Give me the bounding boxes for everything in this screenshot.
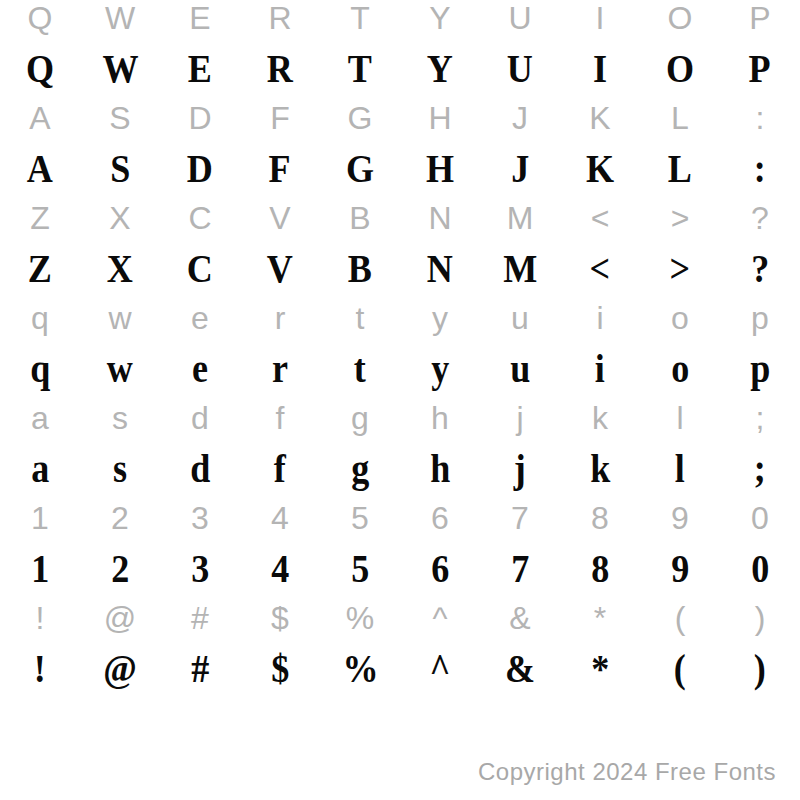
specimen-glyph: U <box>507 48 533 89</box>
specimen-glyph: 8 <box>591 548 609 589</box>
specimen-glyph: R <box>267 48 293 89</box>
specimen-glyph: % <box>342 648 378 689</box>
char-cell: X <box>80 193 160 243</box>
specimen-glyph: S <box>110 148 130 189</box>
specimen-glyph: X <box>107 248 133 289</box>
specimen-glyph: E <box>188 48 212 89</box>
reference-glyph: C <box>188 202 211 234</box>
reference-glyph: 1 <box>31 502 49 534</box>
char-cell: R <box>240 0 320 43</box>
reference-glyph: G <box>348 102 373 134</box>
specimen-glyph: ^ <box>430 648 451 689</box>
char-cell: * <box>560 593 640 643</box>
char-cell: & <box>480 593 560 643</box>
char-cell: ( <box>640 593 720 643</box>
reference-glyph: & <box>509 602 530 634</box>
char-cell: i <box>560 293 640 343</box>
reference-glyph: q <box>31 302 49 334</box>
specimen-glyph: k <box>590 448 610 489</box>
char-cell: t <box>320 343 400 393</box>
character-grid: QWERTYUIOPQWERTYUIOPASDFGHJKL:ASDFGHJKL:… <box>0 0 800 693</box>
char-cell: U <box>480 43 560 93</box>
char-cell: Y <box>400 0 480 43</box>
char-cell: 1 <box>0 493 80 543</box>
char-cell: 3 <box>160 543 240 593</box>
char-cell: g <box>320 393 400 443</box>
char-cell: I <box>560 0 640 43</box>
char-cell: h <box>400 393 480 443</box>
specimen-glyph: P <box>749 48 771 89</box>
char-cell: ^ <box>400 593 480 643</box>
char-cell: 2 <box>80 493 160 543</box>
char-cell: S <box>80 93 160 143</box>
char-cell: M <box>480 243 560 293</box>
specimen-glyph: O <box>666 48 694 89</box>
specimen-glyph: e <box>192 348 208 389</box>
char-cell: g <box>320 443 400 493</box>
char-cell: % <box>320 643 400 693</box>
specimen-glyph: G <box>346 148 374 189</box>
char-cell: 3 <box>160 493 240 543</box>
specimen-glyph: 2 <box>111 548 129 589</box>
reference-glyph: A <box>29 102 50 134</box>
char-cell: p <box>720 293 800 343</box>
reference-glyph: ^ <box>432 602 447 634</box>
char-cell: y <box>400 343 480 393</box>
char-cell: 5 <box>320 543 400 593</box>
reference-glyph: L <box>671 102 689 134</box>
reference-glyph: 4 <box>271 502 289 534</box>
reference-glyph: P <box>749 2 770 34</box>
specimen-glyph: L <box>668 148 692 189</box>
specimen-glyph: > <box>670 248 691 289</box>
char-cell: U <box>480 0 560 43</box>
char-cell: j <box>480 393 560 443</box>
char-cell: > <box>640 243 720 293</box>
char-cell: 9 <box>640 543 720 593</box>
char-cell: L <box>640 93 720 143</box>
char-cell: E <box>160 43 240 93</box>
char-cell: l <box>640 393 720 443</box>
char-cell: t <box>320 293 400 343</box>
specimen-glyph: y <box>431 348 449 389</box>
char-cell: J <box>480 93 560 143</box>
copyright-text: Copyright 2024 Free Fonts <box>478 758 776 786</box>
specimen-glyph: K <box>586 148 614 189</box>
specimen-glyph: s <box>113 448 127 489</box>
char-cell: s <box>80 393 160 443</box>
reference-glyph: V <box>269 202 290 234</box>
reference-glyph: H <box>428 102 451 134</box>
reference-glyph: F <box>270 102 290 134</box>
specimen-glyph: V <box>267 248 293 289</box>
char-cell: P <box>720 43 800 93</box>
specimen-glyph: 4 <box>271 548 289 589</box>
char-cell: h <box>400 443 480 493</box>
specimen-glyph: # <box>191 648 209 689</box>
reference-glyph: e <box>191 302 209 334</box>
char-cell: ( <box>640 643 720 693</box>
char-cell: 0 <box>720 493 800 543</box>
char-cell: V <box>240 193 320 243</box>
char-cell: $ <box>240 593 320 643</box>
reference-glyph: j <box>516 402 523 434</box>
specimen-glyph: N <box>427 248 453 289</box>
reference-glyph: T <box>350 2 370 34</box>
specimen-glyph: 3 <box>191 548 209 589</box>
specimen-glyph: C <box>187 248 213 289</box>
char-cell: f <box>240 443 320 493</box>
char-cell: s <box>80 443 160 493</box>
char-cell: Z <box>0 243 80 293</box>
specimen-glyph: l <box>675 448 685 489</box>
reference-glyph: S <box>109 102 130 134</box>
reference-glyph: < <box>591 202 610 234</box>
reference-glyph: l <box>676 402 683 434</box>
specimen-glyph: Y <box>427 48 453 89</box>
char-cell: > <box>640 193 720 243</box>
char-cell: y <box>400 293 480 343</box>
reference-glyph: # <box>191 602 209 634</box>
char-cell: w <box>80 343 160 393</box>
reference-glyph: t <box>356 302 365 334</box>
char-cell: a <box>0 393 80 443</box>
specimen-glyph: w <box>107 348 133 389</box>
specimen-glyph: ; <box>754 448 766 489</box>
char-cell: f <box>240 393 320 443</box>
reference-glyph: E <box>189 2 210 34</box>
char-cell: 1 <box>0 543 80 593</box>
reference-glyph: s <box>112 402 128 434</box>
reference-glyph: X <box>109 202 130 234</box>
char-cell: 4 <box>240 543 320 593</box>
specimen-glyph: 5 <box>351 548 369 589</box>
char-cell: q <box>0 343 80 393</box>
reference-glyph: > <box>671 202 690 234</box>
char-cell: P <box>720 0 800 43</box>
specimen-glyph: J <box>511 148 529 189</box>
char-cell: # <box>160 593 240 643</box>
specimen-glyph: 0 <box>751 548 769 589</box>
char-cell: I <box>560 43 640 93</box>
reference-glyph: M <box>507 202 534 234</box>
char-cell: E <box>160 0 240 43</box>
char-cell: e <box>160 293 240 343</box>
reference-glyph: o <box>671 302 689 334</box>
reference-glyph: 6 <box>431 502 449 534</box>
reference-glyph: u <box>511 302 529 334</box>
reference-glyph: W <box>105 2 135 34</box>
char-cell: ; <box>720 393 800 443</box>
reference-glyph: ! <box>36 602 45 634</box>
char-cell: d <box>160 443 240 493</box>
specimen-glyph: A <box>27 148 53 189</box>
char-cell: # <box>160 643 240 693</box>
char-cell: O <box>640 43 720 93</box>
reference-glyph: K <box>589 102 610 134</box>
reference-glyph: $ <box>271 602 289 634</box>
specimen-glyph: W <box>102 48 138 89</box>
char-cell: ! <box>0 643 80 693</box>
char-cell: H <box>400 143 480 193</box>
reference-glyph: d <box>191 402 209 434</box>
char-cell: ? <box>720 243 800 293</box>
char-cell: $ <box>240 643 320 693</box>
char-cell: a <box>0 443 80 493</box>
specimen-glyph: f <box>274 448 286 489</box>
specimen-glyph: ( <box>674 648 686 689</box>
char-cell: 7 <box>480 493 560 543</box>
reference-glyph: * <box>594 602 606 634</box>
char-cell: l <box>640 443 720 493</box>
specimen-glyph: 9 <box>671 548 689 589</box>
specimen-glyph: d <box>190 448 210 489</box>
char-cell: ? <box>720 193 800 243</box>
char-cell: : <box>720 93 800 143</box>
char-cell: D <box>160 143 240 193</box>
char-cell: Q <box>0 43 80 93</box>
char-cell: N <box>400 193 480 243</box>
char-cell: o <box>640 343 720 393</box>
char-cell: ! <box>0 593 80 643</box>
specimen-glyph: r <box>272 348 288 389</box>
char-cell: M <box>480 193 560 243</box>
char-cell: ^ <box>400 643 480 693</box>
char-cell: u <box>480 293 560 343</box>
specimen-glyph: g <box>351 448 369 489</box>
char-cell: K <box>560 143 640 193</box>
char-cell: ; <box>720 443 800 493</box>
reference-glyph: O <box>668 2 693 34</box>
char-cell: q <box>0 293 80 343</box>
specimen-glyph: t <box>354 348 366 389</box>
char-cell: B <box>320 193 400 243</box>
specimen-glyph: p <box>750 348 770 389</box>
specimen-glyph: D <box>187 148 213 189</box>
reference-glyph: g <box>351 402 369 434</box>
char-cell: % <box>320 593 400 643</box>
specimen-glyph: 1 <box>31 548 49 589</box>
char-cell: 5 <box>320 493 400 543</box>
specimen-glyph: o <box>671 348 689 389</box>
specimen-glyph: j <box>514 448 526 489</box>
char-cell: r <box>240 293 320 343</box>
char-cell: F <box>240 93 320 143</box>
reference-glyph: U <box>508 2 531 34</box>
char-cell: i <box>560 343 640 393</box>
char-cell: ) <box>720 593 800 643</box>
char-cell: k <box>560 393 640 443</box>
char-cell: e <box>160 343 240 393</box>
reference-glyph: Z <box>30 202 50 234</box>
char-cell: d <box>160 393 240 443</box>
char-cell: A <box>0 93 80 143</box>
char-cell: 8 <box>560 493 640 543</box>
char-cell: 6 <box>400 543 480 593</box>
reference-glyph: w <box>108 302 131 334</box>
specimen-glyph: I <box>593 48 607 89</box>
char-cell: X <box>80 243 160 293</box>
char-cell: 7 <box>480 543 560 593</box>
char-cell: Y <box>400 43 480 93</box>
specimen-glyph: i <box>595 348 605 389</box>
specimen-glyph: q <box>30 348 50 389</box>
char-cell: V <box>240 243 320 293</box>
reference-glyph: p <box>751 302 769 334</box>
reference-glyph: a <box>31 402 49 434</box>
char-cell: p <box>720 343 800 393</box>
reference-glyph: 7 <box>511 502 529 534</box>
specimen-glyph: a <box>31 448 49 489</box>
reference-glyph: I <box>596 2 605 34</box>
char-cell: T <box>320 0 400 43</box>
reference-glyph: ; <box>756 402 765 434</box>
reference-glyph: @ <box>104 602 136 634</box>
char-cell: 4 <box>240 493 320 543</box>
specimen-glyph: F <box>269 148 291 189</box>
char-cell: J <box>480 143 560 193</box>
specimen-glyph: H <box>426 148 454 189</box>
reference-glyph: 3 <box>191 502 209 534</box>
reference-glyph: 9 <box>671 502 689 534</box>
reference-glyph: Q <box>28 2 53 34</box>
reference-glyph: r <box>275 302 286 334</box>
reference-glyph: y <box>432 302 448 334</box>
reference-glyph: Y <box>429 2 450 34</box>
char-cell: w <box>80 293 160 343</box>
char-cell: W <box>80 43 160 93</box>
char-cell: B <box>320 243 400 293</box>
char-cell: O <box>640 0 720 43</box>
reference-glyph: B <box>349 202 370 234</box>
char-cell: H <box>400 93 480 143</box>
char-cell: 8 <box>560 543 640 593</box>
char-cell: R <box>240 43 320 93</box>
reference-glyph: : <box>756 102 765 134</box>
reference-glyph: k <box>592 402 608 434</box>
char-cell: Q <box>0 0 80 43</box>
specimen-glyph: ? <box>751 248 769 289</box>
char-cell: k <box>560 443 640 493</box>
specimen-glyph: < <box>590 248 611 289</box>
specimen-glyph: B <box>348 248 372 289</box>
reference-glyph: D <box>188 102 211 134</box>
specimen-glyph: & <box>505 648 535 689</box>
reference-glyph: 5 <box>351 502 369 534</box>
reference-glyph: i <box>596 302 603 334</box>
char-cell: o <box>640 293 720 343</box>
char-cell: j <box>480 443 560 493</box>
char-cell: T <box>320 43 400 93</box>
char-cell: 6 <box>400 493 480 543</box>
char-cell: @ <box>80 593 160 643</box>
reference-glyph: 2 <box>111 502 129 534</box>
specimen-glyph: Z <box>28 248 52 289</box>
char-cell: N <box>400 243 480 293</box>
char-cell: < <box>560 193 640 243</box>
char-cell: 9 <box>640 493 720 543</box>
char-cell: r <box>240 343 320 393</box>
char-cell: * <box>560 643 640 693</box>
char-cell: A <box>0 143 80 193</box>
char-cell: F <box>240 143 320 193</box>
specimen-glyph: M <box>503 248 537 289</box>
reference-glyph: ? <box>751 202 769 234</box>
specimen-glyph: * <box>591 648 609 689</box>
char-cell: K <box>560 93 640 143</box>
reference-glyph: ( <box>675 602 686 634</box>
char-cell: : <box>720 143 800 193</box>
char-cell: Z <box>0 193 80 243</box>
specimen-glyph: ) <box>754 648 766 689</box>
char-cell: & <box>480 643 560 693</box>
char-cell: G <box>320 93 400 143</box>
char-cell: G <box>320 143 400 193</box>
char-cell: < <box>560 243 640 293</box>
specimen-glyph: @ <box>103 648 137 689</box>
specimen-glyph: : <box>754 148 766 189</box>
reference-glyph: ) <box>755 602 766 634</box>
specimen-glyph: Q <box>26 48 54 89</box>
specimen-glyph: 7 <box>511 548 529 589</box>
specimen-glyph: u <box>510 348 530 389</box>
reference-glyph: 8 <box>591 502 609 534</box>
char-cell: C <box>160 243 240 293</box>
reference-glyph: J <box>512 102 528 134</box>
char-cell: ) <box>720 643 800 693</box>
reference-glyph: R <box>268 2 291 34</box>
specimen-glyph: T <box>348 48 372 89</box>
char-cell: C <box>160 193 240 243</box>
char-cell: L <box>640 143 720 193</box>
char-cell: 2 <box>80 543 160 593</box>
reference-glyph: % <box>346 602 374 634</box>
reference-glyph: 0 <box>751 502 769 534</box>
char-cell: 0 <box>720 543 800 593</box>
reference-glyph: N <box>428 202 451 234</box>
specimen-glyph: $ <box>271 648 289 689</box>
reference-glyph: f <box>276 402 285 434</box>
font-specimen-sheet: QWERTYUIOPQWERTYUIOPASDFGHJKL:ASDFGHJKL:… <box>0 0 800 800</box>
specimen-glyph: ! <box>34 648 46 689</box>
char-cell: @ <box>80 643 160 693</box>
char-cell: S <box>80 143 160 193</box>
char-cell: D <box>160 93 240 143</box>
specimen-glyph: 6 <box>431 548 449 589</box>
specimen-glyph: h <box>430 448 450 489</box>
reference-glyph: h <box>431 402 449 434</box>
char-cell: u <box>480 343 560 393</box>
char-cell: W <box>80 0 160 43</box>
